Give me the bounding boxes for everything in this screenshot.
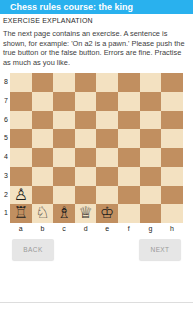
square-c5	[53, 129, 75, 148]
square-g7	[140, 92, 162, 111]
square-f1	[118, 204, 140, 223]
square-d3	[75, 167, 97, 186]
square-d8	[75, 73, 97, 92]
square-f4	[118, 148, 140, 167]
file-label-g: g	[140, 223, 162, 234]
square-d4	[75, 148, 97, 167]
square-h8	[161, 73, 183, 92]
rank-label-6: 6	[0, 111, 10, 130]
square-a1: ♖	[10, 204, 32, 223]
intro-paragraph: The next page contains an exercise. A se…	[3, 29, 189, 67]
square-a8	[10, 73, 32, 92]
bottom-divider	[0, 302, 193, 303]
square-h5	[161, 129, 183, 148]
square-d7	[75, 92, 97, 111]
square-e5	[96, 129, 118, 148]
chess-board: ♙♖♘♗♕♔	[10, 73, 183, 223]
square-e2	[96, 186, 118, 205]
white-knight: ♘	[35, 204, 49, 223]
app-title: Chess rules course: the king	[0, 2, 133, 12]
square-g1	[140, 204, 162, 223]
white-king: ♔	[100, 204, 114, 223]
square-c7	[53, 92, 75, 111]
square-f5	[118, 129, 140, 148]
nav-buttons: BACK NEXT	[0, 239, 193, 260]
file-label-f: f	[118, 223, 140, 234]
file-label-b: b	[32, 223, 54, 234]
square-g5	[140, 129, 162, 148]
square-a3	[10, 167, 32, 186]
section-heading: EXERCISE EXPLANATION	[3, 17, 193, 24]
board-area: 87654321 ♙♖♘♗♕♔ abcdefgh	[0, 73, 193, 234]
file-label-e: e	[96, 223, 118, 234]
square-h2	[161, 186, 183, 205]
square-g4	[140, 148, 162, 167]
square-b5	[32, 129, 54, 148]
square-c4	[53, 148, 75, 167]
square-e4	[96, 148, 118, 167]
square-h3	[161, 167, 183, 186]
square-c1: ♗	[53, 204, 75, 223]
file-labels: abcdefgh	[10, 223, 193, 234]
back-button[interactable]: BACK	[12, 239, 54, 260]
rank-label-5: 5	[0, 129, 10, 148]
square-e3	[96, 167, 118, 186]
file-label-h: h	[161, 223, 183, 234]
rank-label-1: 1	[0, 204, 10, 223]
white-bishop: ♗	[57, 204, 71, 223]
file-label-c: c	[53, 223, 75, 234]
square-h7	[161, 92, 183, 111]
square-e1: ♔	[96, 204, 118, 223]
square-b1: ♘	[32, 204, 54, 223]
square-e6	[96, 111, 118, 130]
rank-label-4: 4	[0, 148, 10, 167]
square-h6	[161, 111, 183, 130]
square-c6	[53, 111, 75, 130]
title-bar: Chess rules course: the king	[0, 0, 193, 14]
file-label-d: d	[75, 223, 97, 234]
square-h4	[161, 148, 183, 167]
square-g8	[140, 73, 162, 92]
white-queen: ♕	[78, 204, 92, 223]
rank-label-8: 8	[0, 73, 10, 92]
square-d6	[75, 111, 97, 130]
square-f3	[118, 167, 140, 186]
file-label-a: a	[10, 223, 32, 234]
square-b3	[32, 167, 54, 186]
square-c2	[53, 186, 75, 205]
square-c3	[53, 167, 75, 186]
square-b8	[32, 73, 54, 92]
white-pawn: ♙	[14, 186, 28, 205]
square-d5	[75, 129, 97, 148]
rank-label-3: 3	[0, 167, 10, 186]
app-screen: Chess rules course: the king EXERCISE EX…	[0, 0, 193, 310]
rank-labels: 87654321	[0, 73, 10, 223]
square-b4	[32, 148, 54, 167]
square-c8	[53, 73, 75, 92]
square-d1: ♕	[75, 204, 97, 223]
square-f2	[118, 186, 140, 205]
square-f6	[118, 111, 140, 130]
square-a4	[10, 148, 32, 167]
white-rook: ♖	[14, 204, 28, 223]
rank-label-7: 7	[0, 92, 10, 111]
square-b7	[32, 92, 54, 111]
square-a6	[10, 111, 32, 130]
square-a5	[10, 129, 32, 148]
rank-label-2: 2	[0, 186, 10, 205]
square-g6	[140, 111, 162, 130]
square-d2	[75, 186, 97, 205]
square-a7	[10, 92, 32, 111]
square-e8	[96, 73, 118, 92]
square-b6	[32, 111, 54, 130]
square-h1	[161, 204, 183, 223]
square-f8	[118, 73, 140, 92]
square-f7	[118, 92, 140, 111]
next-button[interactable]: NEXT	[139, 239, 181, 260]
square-b2	[32, 186, 54, 205]
square-a2: ♙	[10, 186, 32, 205]
square-g2	[140, 186, 162, 205]
square-e7	[96, 92, 118, 111]
square-g3	[140, 167, 162, 186]
